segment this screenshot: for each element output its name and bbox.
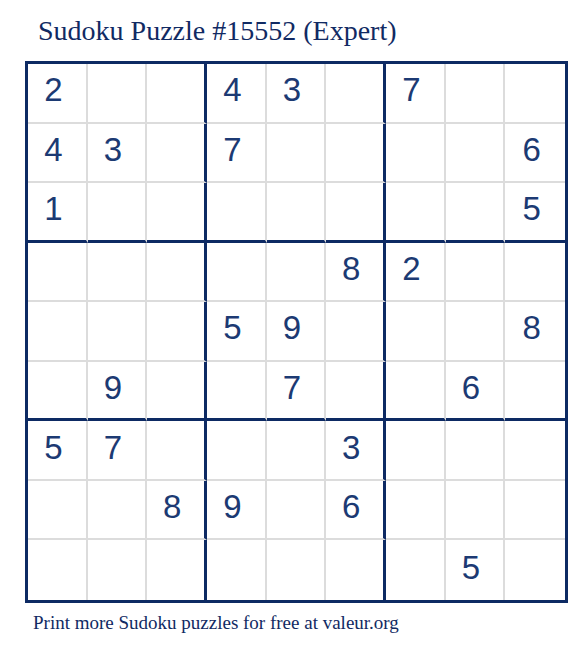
sudoku-cell-r9c7 bbox=[386, 540, 446, 600]
sudoku-cell-r7c9 bbox=[505, 421, 565, 481]
sudoku-cell-r3c5 bbox=[267, 183, 327, 243]
sudoku-cell-r7c4 bbox=[207, 421, 267, 481]
sudoku-cell-r3c2 bbox=[88, 183, 148, 243]
sudoku-cell-r8c2 bbox=[88, 481, 148, 541]
sudoku-cell-r5c4: 5 bbox=[207, 302, 267, 362]
sudoku-cell-r9c8: 5 bbox=[446, 540, 506, 600]
sudoku-cell-r6c1 bbox=[28, 362, 88, 422]
sudoku-cell-r2c7 bbox=[386, 124, 446, 184]
sudoku-cell-r1c8 bbox=[446, 64, 506, 124]
sudoku-cell-r1c6 bbox=[326, 64, 386, 124]
sudoku-cell-r1c3 bbox=[147, 64, 207, 124]
sudoku-cell-r5c6 bbox=[326, 302, 386, 362]
sudoku-cell-r4c4 bbox=[207, 243, 267, 303]
sudoku-cell-r8c6: 6 bbox=[326, 481, 386, 541]
sudoku-cell-r5c2 bbox=[88, 302, 148, 362]
sudoku-cell-r1c2 bbox=[88, 64, 148, 124]
sudoku-cell-r6c9 bbox=[505, 362, 565, 422]
sudoku-cell-r6c6 bbox=[326, 362, 386, 422]
sudoku-cell-r2c9: 6 bbox=[505, 124, 565, 184]
sudoku-cell-r9c9 bbox=[505, 540, 565, 600]
sudoku-cell-r4c3 bbox=[147, 243, 207, 303]
sudoku-cell-r6c5: 7 bbox=[267, 362, 327, 422]
sudoku-cell-r8c4: 9 bbox=[207, 481, 267, 541]
sudoku-cell-r4c7: 2 bbox=[386, 243, 446, 303]
sudoku-cell-r9c3 bbox=[147, 540, 207, 600]
sudoku-cell-r1c7: 7 bbox=[386, 64, 446, 124]
sudoku-cell-r8c8 bbox=[446, 481, 506, 541]
sudoku-cell-r2c3 bbox=[147, 124, 207, 184]
sudoku-cell-r4c6: 8 bbox=[326, 243, 386, 303]
sudoku-cell-r1c1: 2 bbox=[28, 64, 88, 124]
sudoku-cell-r6c8: 6 bbox=[446, 362, 506, 422]
sudoku-cell-r6c2: 9 bbox=[88, 362, 148, 422]
sudoku-cell-r5c7 bbox=[386, 302, 446, 362]
sudoku-cell-r8c9 bbox=[505, 481, 565, 541]
sudoku-cell-r5c8 bbox=[446, 302, 506, 362]
sudoku-cell-r7c7 bbox=[386, 421, 446, 481]
sudoku-cell-r2c1: 4 bbox=[28, 124, 88, 184]
sudoku-cell-r1c5: 3 bbox=[267, 64, 327, 124]
sudoku-cell-r9c2 bbox=[88, 540, 148, 600]
sudoku-cell-r3c7 bbox=[386, 183, 446, 243]
sudoku-cell-r6c7 bbox=[386, 362, 446, 422]
sudoku-cell-r8c5 bbox=[267, 481, 327, 541]
sudoku-cell-r5c5: 9 bbox=[267, 302, 327, 362]
sudoku-cell-r7c2: 7 bbox=[88, 421, 148, 481]
sudoku-cell-r4c9 bbox=[505, 243, 565, 303]
sudoku-cell-r3c6 bbox=[326, 183, 386, 243]
sudoku-cell-r3c8 bbox=[446, 183, 506, 243]
sudoku-cell-r4c5 bbox=[267, 243, 327, 303]
sudoku-cell-r1c9 bbox=[505, 64, 565, 124]
sudoku-cell-r2c6 bbox=[326, 124, 386, 184]
sudoku-cell-r2c2: 3 bbox=[88, 124, 148, 184]
sudoku-cell-r3c4 bbox=[207, 183, 267, 243]
sudoku-cell-r7c8 bbox=[446, 421, 506, 481]
sudoku-cell-r8c3: 8 bbox=[147, 481, 207, 541]
sudoku-cell-r4c2 bbox=[88, 243, 148, 303]
sudoku-cell-r5c9: 8 bbox=[505, 302, 565, 362]
sudoku-cell-r9c4 bbox=[207, 540, 267, 600]
sudoku-cell-r7c6: 3 bbox=[326, 421, 386, 481]
sudoku-cell-r9c1 bbox=[28, 540, 88, 600]
sudoku-cell-r8c7 bbox=[386, 481, 446, 541]
sudoku-cell-r7c1: 5 bbox=[28, 421, 88, 481]
sudoku-cell-r5c1 bbox=[28, 302, 88, 362]
sudoku-cell-r4c8 bbox=[446, 243, 506, 303]
sudoku-cell-r6c4 bbox=[207, 362, 267, 422]
sudoku-grid: 2437437615825989765738965 bbox=[25, 61, 568, 603]
sudoku-cell-r8c1 bbox=[28, 481, 88, 541]
sudoku-cell-r3c9: 5 bbox=[505, 183, 565, 243]
sudoku-cell-r4c1 bbox=[28, 243, 88, 303]
sudoku-cell-r7c3 bbox=[147, 421, 207, 481]
sudoku-cell-r2c8 bbox=[446, 124, 506, 184]
sudoku-cell-r3c3 bbox=[147, 183, 207, 243]
sudoku-cell-r9c6 bbox=[326, 540, 386, 600]
sudoku-cell-r1c4: 4 bbox=[207, 64, 267, 124]
footer-text: Print more Sudoku puzzles for free at va… bbox=[33, 612, 399, 634]
sudoku-cell-r3c1: 1 bbox=[28, 183, 88, 243]
sudoku-cell-r9c5 bbox=[267, 540, 327, 600]
sudoku-cell-r2c5 bbox=[267, 124, 327, 184]
sudoku-cell-r5c3 bbox=[147, 302, 207, 362]
sudoku-cell-r7c5 bbox=[267, 421, 327, 481]
sudoku-cell-r2c4: 7 bbox=[207, 124, 267, 184]
sudoku-cell-r6c3 bbox=[147, 362, 207, 422]
puzzle-title: Sudoku Puzzle #15552 (Expert) bbox=[38, 16, 397, 47]
